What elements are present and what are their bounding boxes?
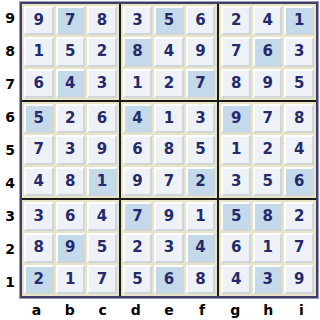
cell-c9[interactable]: 8 [87, 6, 117, 35]
cell-f8[interactable]: 9 [186, 37, 216, 66]
cell-a9[interactable]: 9 [24, 6, 54, 35]
row-label-5: 5 [0, 134, 20, 167]
box-3: 241763895 [219, 4, 316, 100]
cell-g8[interactable]: 7 [221, 37, 251, 66]
cell-d1[interactable]: 5 [123, 265, 153, 294]
cell-h5[interactable]: 2 [253, 135, 283, 164]
cell-a4[interactable]: 4 [24, 167, 54, 196]
cell-c5[interactable]: 9 [87, 135, 117, 164]
cell-f9[interactable]: 6 [186, 6, 216, 35]
sudoku-board: 9781526433568491272417638955267394814136… [20, 2, 318, 298]
box-6: 978124356 [219, 102, 316, 198]
cell-i4[interactable]: 6 [284, 167, 314, 196]
cell-h9[interactable]: 4 [253, 6, 283, 35]
cell-a1[interactable]: 2 [24, 265, 54, 294]
cell-f7[interactable]: 7 [186, 69, 216, 98]
cell-h2[interactable]: 1 [253, 233, 283, 262]
col-labels: abcdefghi [20, 300, 318, 320]
cell-e9[interactable]: 5 [154, 6, 184, 35]
row-label-8: 8 [0, 35, 20, 68]
cell-e8[interactable]: 4 [154, 37, 184, 66]
cell-c2[interactable]: 5 [87, 233, 117, 262]
cell-h4[interactable]: 5 [253, 167, 283, 196]
cell-g5[interactable]: 1 [221, 135, 251, 164]
sudoku-app: 987654321 978152643356849127241763895526… [0, 0, 320, 320]
cell-h1[interactable]: 3 [253, 265, 283, 294]
cell-i8[interactable]: 3 [284, 37, 314, 66]
cell-i2[interactable]: 7 [284, 233, 314, 262]
cell-d7[interactable]: 1 [123, 69, 153, 98]
cell-b5[interactable]: 3 [56, 135, 86, 164]
cell-d3[interactable]: 7 [123, 202, 153, 231]
cell-i6[interactable]: 8 [284, 104, 314, 133]
col-label-i: i [285, 300, 318, 320]
cell-b1[interactable]: 1 [56, 265, 86, 294]
cell-b2[interactable]: 9 [56, 233, 86, 262]
cell-d2[interactable]: 2 [123, 233, 153, 262]
col-label-g: g [219, 300, 252, 320]
cell-f5[interactable]: 5 [186, 135, 216, 164]
cell-d9[interactable]: 3 [123, 6, 153, 35]
cell-b3[interactable]: 6 [56, 202, 86, 231]
cell-e2[interactable]: 3 [154, 233, 184, 262]
cell-e1[interactable]: 6 [154, 265, 184, 294]
cell-f4[interactable]: 2 [186, 167, 216, 196]
cell-g3[interactable]: 5 [221, 202, 251, 231]
cell-b4[interactable]: 8 [56, 167, 86, 196]
cell-a3[interactable]: 3 [24, 202, 54, 231]
cell-g9[interactable]: 2 [221, 6, 251, 35]
cell-a7[interactable]: 6 [24, 69, 54, 98]
cell-e6[interactable]: 1 [154, 104, 184, 133]
cell-h8[interactable]: 6 [253, 37, 283, 66]
cell-g7[interactable]: 8 [221, 69, 251, 98]
cell-b6[interactable]: 2 [56, 104, 86, 133]
cell-e7[interactable]: 2 [154, 69, 184, 98]
cell-i3[interactable]: 2 [284, 202, 314, 231]
cell-h6[interactable]: 7 [253, 104, 283, 133]
col-label-a: a [20, 300, 53, 320]
cell-f2[interactable]: 4 [186, 233, 216, 262]
cell-c3[interactable]: 4 [87, 202, 117, 231]
row-label-4: 4 [0, 166, 20, 199]
cell-g6[interactable]: 9 [221, 104, 251, 133]
box-8: 791234568 [121, 200, 218, 296]
col-label-b: b [53, 300, 86, 320]
cell-d8[interactable]: 8 [123, 37, 153, 66]
cell-g1[interactable]: 4 [221, 265, 251, 294]
box-2: 356849127 [121, 4, 218, 100]
cell-c8[interactable]: 2 [87, 37, 117, 66]
row-label-1: 1 [0, 265, 20, 298]
row-label-3: 3 [0, 199, 20, 232]
cell-b8[interactable]: 5 [56, 37, 86, 66]
cell-i1[interactable]: 9 [284, 265, 314, 294]
row-label-7: 7 [0, 68, 20, 101]
cell-b7[interactable]: 4 [56, 69, 86, 98]
row-label-6: 6 [0, 101, 20, 134]
cell-f1[interactable]: 8 [186, 265, 216, 294]
cell-g2[interactable]: 6 [221, 233, 251, 262]
cell-i5[interactable]: 4 [284, 135, 314, 164]
cell-f3[interactable]: 1 [186, 202, 216, 231]
cell-d6[interactable]: 4 [123, 104, 153, 133]
cell-d4[interactable]: 9 [123, 167, 153, 196]
cell-b9[interactable]: 7 [56, 6, 86, 35]
cell-e4[interactable]: 7 [154, 167, 184, 196]
col-label-f: f [186, 300, 219, 320]
box-5: 413685972 [121, 102, 218, 198]
row-label-2: 2 [0, 232, 20, 265]
row-labels: 987654321 [0, 2, 20, 298]
cell-e3[interactable]: 9 [154, 202, 184, 231]
cell-i9[interactable]: 1 [284, 6, 314, 35]
col-label-h: h [252, 300, 285, 320]
cell-g4[interactable]: 3 [221, 167, 251, 196]
cell-d5[interactable]: 6 [123, 135, 153, 164]
box-9: 582617439 [219, 200, 316, 296]
cell-i7[interactable]: 5 [284, 69, 314, 98]
cell-a2[interactable]: 8 [24, 233, 54, 262]
box-7: 364895217 [22, 200, 119, 296]
col-label-c: c [86, 300, 119, 320]
cell-c4[interactable]: 1 [87, 167, 117, 196]
col-label-e: e [152, 300, 185, 320]
cell-h3[interactable]: 8 [253, 202, 283, 231]
cell-c7[interactable]: 3 [87, 69, 117, 98]
cell-c1[interactable]: 7 [87, 265, 117, 294]
cell-e5[interactable]: 8 [154, 135, 184, 164]
box-4: 526739481 [22, 102, 119, 198]
cell-h7[interactable]: 9 [253, 69, 283, 98]
col-label-d: d [119, 300, 152, 320]
row-label-9: 9 [0, 2, 20, 35]
cell-c6[interactable]: 6 [87, 104, 117, 133]
cell-f6[interactable]: 3 [186, 104, 216, 133]
cell-a8[interactable]: 1 [24, 37, 54, 66]
cell-a6[interactable]: 5 [24, 104, 54, 133]
box-1: 978152643 [22, 4, 119, 100]
cell-a5[interactable]: 7 [24, 135, 54, 164]
